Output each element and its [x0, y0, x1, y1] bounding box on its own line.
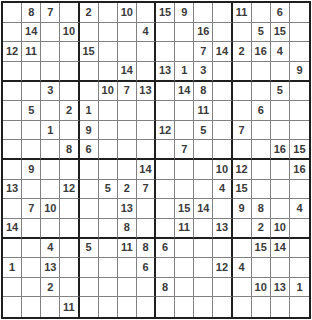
cell-r16c8-empty[interactable]	[137, 297, 156, 317]
cell-r1c11-empty[interactable]	[194, 3, 213, 23]
cell-r9c7-empty[interactable]	[118, 160, 137, 180]
cell-r1c4-empty[interactable]	[60, 3, 79, 23]
cell-r14c10-empty[interactable]	[175, 258, 194, 278]
cell-r9c2-given: 9	[22, 160, 41, 180]
cell-r8c4-given: 8	[60, 140, 79, 160]
cell-r12c13-empty[interactable]	[233, 219, 252, 239]
cell-r6c14-given: 6	[252, 101, 271, 121]
cell-r1c2-given: 8	[22, 3, 41, 23]
cell-r11c2-given: 7	[22, 199, 41, 219]
cell-r14c4-empty[interactable]	[60, 258, 79, 278]
cell-r6c3-empty[interactable]	[41, 101, 60, 121]
cell-r10c4-given: 12	[60, 180, 79, 200]
cell-r10c10-empty[interactable]	[175, 180, 194, 200]
cell-r13c10-empty[interactable]	[175, 239, 194, 259]
cell-r10c7-given: 2	[118, 180, 137, 200]
cell-r10c1-given: 13	[3, 180, 22, 200]
cell-r4c9-given: 13	[156, 62, 175, 82]
cell-r16c5-empty[interactable]	[80, 297, 99, 317]
cell-r15c15-given: 13	[271, 278, 290, 298]
cell-r4c4-empty[interactable]	[60, 62, 79, 82]
cell-r3c14-given: 16	[252, 42, 271, 62]
cell-r13c13-empty[interactable]	[233, 239, 252, 259]
cell-r13c9-given: 6	[156, 239, 175, 259]
cell-r16c4-given: 11	[60, 297, 79, 317]
cell-r3c12-given: 14	[213, 42, 232, 62]
cell-r11c8-empty[interactable]	[137, 199, 156, 219]
cell-r5c15-given: 5	[271, 82, 290, 102]
cell-r12c4-empty[interactable]	[60, 219, 79, 239]
cell-r7c7-empty[interactable]	[118, 121, 137, 141]
cell-r10c9-empty[interactable]	[156, 180, 175, 200]
cell-r13c11-empty[interactable]	[194, 239, 213, 259]
cell-r11c11-given: 14	[194, 199, 213, 219]
cell-r9c15-empty[interactable]	[271, 160, 290, 180]
cell-r4c15-empty[interactable]	[271, 62, 290, 82]
cell-r15c6-empty[interactable]	[99, 278, 118, 298]
cell-r8c1-empty[interactable]	[3, 140, 22, 160]
cell-r5c5-empty[interactable]	[80, 82, 99, 102]
cell-r4c11-given: 3	[194, 62, 213, 82]
cell-r3c13-given: 2	[233, 42, 252, 62]
cell-r8c3-empty[interactable]	[41, 140, 60, 160]
cell-r14c16-empty[interactable]	[290, 258, 309, 278]
cell-r5c12-empty[interactable]	[213, 82, 232, 102]
cell-r3c1-given: 12	[3, 42, 22, 62]
cell-r4c7-given: 14	[118, 62, 137, 82]
cell-r9c1-empty[interactable]	[3, 160, 22, 180]
cell-r8c8-empty[interactable]	[137, 140, 156, 160]
cell-r15c3-given: 2	[41, 278, 60, 298]
cell-r12c7-given: 8	[118, 219, 137, 239]
cell-r3c11-given: 7	[194, 42, 213, 62]
cell-r12c14-given: 2	[252, 219, 271, 239]
cell-r10c2-empty[interactable]	[22, 180, 41, 200]
cell-r10c12-given: 4	[213, 180, 232, 200]
cell-r8c14-empty[interactable]	[252, 140, 271, 160]
cell-r3c7-empty[interactable]	[118, 42, 137, 62]
cell-r11c13-given: 9	[233, 199, 252, 219]
cell-r7c10-empty[interactable]	[175, 121, 194, 141]
cell-r12c6-empty[interactable]	[99, 219, 118, 239]
cell-r5c6-given: 10	[99, 82, 118, 102]
cell-r1c12-empty[interactable]	[213, 3, 232, 23]
cell-r6c16-empty[interactable]	[290, 101, 309, 121]
cell-r2c4-given: 10	[60, 23, 79, 43]
cell-r3c2-given: 11	[22, 42, 41, 62]
cell-r3c10-empty[interactable]	[175, 42, 194, 62]
cell-r9c14-empty[interactable]	[252, 160, 271, 180]
cell-r5c8-given: 13	[137, 82, 156, 102]
cell-r13c3-given: 4	[41, 239, 60, 259]
cell-r9c5-empty[interactable]	[80, 160, 99, 180]
cell-r6c5-given: 1	[80, 101, 99, 121]
cell-r9c6-empty[interactable]	[99, 160, 118, 180]
cell-r16c11-empty[interactable]	[194, 297, 213, 317]
cell-r15c5-empty[interactable]	[80, 278, 99, 298]
cell-r3c3-empty[interactable]	[41, 42, 60, 62]
cell-r15c8-empty[interactable]	[137, 278, 156, 298]
cell-r11c6-empty[interactable]	[99, 199, 118, 219]
cell-r7c11-given: 5	[194, 121, 213, 141]
cell-r16c1-empty[interactable]	[3, 297, 22, 317]
cell-r8c13-empty[interactable]	[233, 140, 252, 160]
cell-r8c2-empty[interactable]	[22, 140, 41, 160]
cell-r14c2-empty[interactable]	[22, 258, 41, 278]
cell-r5c13-empty[interactable]	[233, 82, 252, 102]
cell-r2c15-given: 15	[271, 23, 290, 43]
cell-r11c14-given: 8	[252, 199, 271, 219]
cell-r10c6-given: 5	[99, 180, 118, 200]
cell-r1c6-empty[interactable]	[99, 3, 118, 23]
cell-r10c3-empty[interactable]	[41, 180, 60, 200]
cell-r7c1-empty[interactable]	[3, 121, 22, 141]
cell-r10c8-given: 7	[137, 180, 156, 200]
cell-r5c2-empty[interactable]	[22, 82, 41, 102]
cell-r6c4-given: 2	[60, 101, 79, 121]
cell-r15c4-empty[interactable]	[60, 278, 79, 298]
cell-r8c9-empty[interactable]	[156, 140, 175, 160]
cell-r7c9-given: 12	[156, 121, 175, 141]
cell-r8c11-empty[interactable]	[194, 140, 213, 160]
cell-r9c9-empty[interactable]	[156, 160, 175, 180]
cell-r6c6-empty[interactable]	[99, 101, 118, 121]
cell-r1c1-empty[interactable]	[3, 3, 22, 23]
cell-r7c15-empty[interactable]	[271, 121, 290, 141]
cell-r4c14-empty[interactable]	[252, 62, 271, 82]
cell-r2c1-empty[interactable]	[3, 23, 22, 43]
cell-r13c8-given: 8	[137, 239, 156, 259]
cell-r12c16-empty[interactable]	[290, 219, 309, 239]
cell-r14c13-given: 4	[233, 258, 252, 278]
cell-r6c2-given: 5	[22, 101, 41, 121]
cell-r5c3-given: 3	[41, 82, 60, 102]
cell-r3c4-empty[interactable]	[60, 42, 79, 62]
cell-r2c10-empty[interactable]	[175, 23, 194, 43]
cell-r12c12-given: 13	[213, 219, 232, 239]
cell-r5c9-empty[interactable]	[156, 82, 175, 102]
cell-r5c11-given: 8	[194, 82, 213, 102]
cell-r7c8-empty[interactable]	[137, 121, 156, 141]
cell-r16c6-empty[interactable]	[99, 297, 118, 317]
cell-r15c10-empty[interactable]	[175, 278, 194, 298]
cell-r4c8-empty[interactable]	[137, 62, 156, 82]
cell-r4c16-given: 9	[290, 62, 309, 82]
cell-r3c6-empty[interactable]	[99, 42, 118, 62]
cell-r11c15-empty[interactable]	[271, 199, 290, 219]
cell-r10c13-given: 15	[233, 180, 252, 200]
cell-r6c7-empty[interactable]	[118, 101, 137, 121]
cell-r15c7-empty[interactable]	[118, 278, 137, 298]
cell-r10c16-empty[interactable]	[290, 180, 309, 200]
cell-r1c9-given: 15	[156, 3, 175, 23]
cell-r15c13-empty[interactable]	[233, 278, 252, 298]
cell-r7c6-empty[interactable]	[99, 121, 118, 141]
cell-r5c4-empty[interactable]	[60, 82, 79, 102]
cell-r11c12-empty[interactable]	[213, 199, 232, 219]
cell-r12c2-empty[interactable]	[22, 219, 41, 239]
cell-r9c3-empty[interactable]	[41, 160, 60, 180]
cell-r13c4-empty[interactable]	[60, 239, 79, 259]
cell-r16c16-empty[interactable]	[290, 297, 309, 317]
cell-r14c12-given: 12	[213, 258, 232, 278]
cell-r16c7-empty[interactable]	[118, 297, 137, 317]
cell-r14c11-empty[interactable]	[194, 258, 213, 278]
cell-r11c4-empty[interactable]	[60, 199, 79, 219]
cell-r12c8-empty[interactable]	[137, 219, 156, 239]
cell-r12c1-given: 14	[3, 219, 22, 239]
cell-r2c2-given: 14	[22, 23, 41, 43]
cell-r16c9-empty[interactable]	[156, 297, 175, 317]
cell-r5c14-empty[interactable]	[252, 82, 271, 102]
cell-r11c5-empty[interactable]	[80, 199, 99, 219]
cell-r14c7-empty[interactable]	[118, 258, 137, 278]
cell-r3c5-given: 15	[80, 42, 99, 62]
cell-r2c16-empty[interactable]	[290, 23, 309, 43]
cell-r16c13-empty[interactable]	[233, 297, 252, 317]
cell-r7c4-empty[interactable]	[60, 121, 79, 141]
cell-r1c7-given: 10	[118, 3, 137, 23]
cell-r6c13-empty[interactable]	[233, 101, 252, 121]
cell-r2c9-empty[interactable]	[156, 23, 175, 43]
cell-r14c15-empty[interactable]	[271, 258, 290, 278]
cell-r7c14-empty[interactable]	[252, 121, 271, 141]
cell-r10c14-empty[interactable]	[252, 180, 271, 200]
cell-r9c13-given: 12	[233, 160, 252, 180]
cell-r3c16-empty[interactable]	[290, 42, 309, 62]
cell-r2c13-empty[interactable]	[233, 23, 252, 43]
cell-r8c5-given: 6	[80, 140, 99, 160]
cell-r1c8-empty[interactable]	[137, 3, 156, 23]
cell-r1c13-given: 11	[233, 3, 252, 23]
cell-r4c12-empty[interactable]	[213, 62, 232, 82]
cell-r4c5-empty[interactable]	[80, 62, 99, 82]
cell-r12c9-empty[interactable]	[156, 219, 175, 239]
cell-r2c3-empty[interactable]	[41, 23, 60, 43]
cell-r16c3-empty[interactable]	[41, 297, 60, 317]
cell-r7c12-empty[interactable]	[213, 121, 232, 141]
cell-r14c14-empty[interactable]	[252, 258, 271, 278]
cell-r13c6-empty[interactable]	[99, 239, 118, 259]
cell-r7c13-given: 7	[233, 121, 252, 141]
cell-r1c16-empty[interactable]	[290, 3, 309, 23]
cell-r4c1-empty[interactable]	[3, 62, 22, 82]
cell-r13c15-given: 14	[271, 239, 290, 259]
cell-r9c11-empty[interactable]	[194, 160, 213, 180]
cell-r14c9-empty[interactable]	[156, 258, 175, 278]
cell-r2c5-empty[interactable]	[80, 23, 99, 43]
cell-r3c8-empty[interactable]	[137, 42, 156, 62]
cell-r8c10-given: 7	[175, 140, 194, 160]
cell-r6c8-empty[interactable]	[137, 101, 156, 121]
cell-r13c14-given: 15	[252, 239, 271, 259]
cell-r5c16-empty[interactable]	[290, 82, 309, 102]
cell-r12c5-empty[interactable]	[80, 219, 99, 239]
cell-r6c15-empty[interactable]	[271, 101, 290, 121]
cell-r16c12-empty[interactable]	[213, 297, 232, 317]
cell-r2c8-given: 4	[137, 23, 156, 43]
cell-r11c10-given: 15	[175, 199, 194, 219]
cell-r10c5-empty[interactable]	[80, 180, 99, 200]
cell-r3c15-given: 4	[271, 42, 290, 62]
sudoku-page: 8721015911614104165151211157142164141313…	[0, 0, 312, 320]
cell-r2c6-empty[interactable]	[99, 23, 118, 43]
cell-r15c11-empty[interactable]	[194, 278, 213, 298]
cell-r8c12-empty[interactable]	[213, 140, 232, 160]
cell-r1c14-empty[interactable]	[252, 3, 271, 23]
cell-r4c6-empty[interactable]	[99, 62, 118, 82]
cell-r14c3-given: 13	[41, 258, 60, 278]
cell-r1c10-given: 9	[175, 3, 194, 23]
cell-r8c15-given: 16	[271, 140, 290, 160]
cell-r7c16-empty[interactable]	[290, 121, 309, 141]
cell-r12c10-given: 11	[175, 219, 194, 239]
cell-r9c4-empty[interactable]	[60, 160, 79, 180]
cell-r6c12-empty[interactable]	[213, 101, 232, 121]
cell-r9c12-given: 10	[213, 160, 232, 180]
cell-r16c10-empty[interactable]	[175, 297, 194, 317]
cell-r6c9-empty[interactable]	[156, 101, 175, 121]
cell-r15c9-given: 8	[156, 278, 175, 298]
cell-r8c7-empty[interactable]	[118, 140, 137, 160]
cell-r13c7-given: 11	[118, 239, 137, 259]
cell-r1c5-given: 2	[80, 3, 99, 23]
cell-r15c1-empty[interactable]	[3, 278, 22, 298]
cell-r13c12-empty[interactable]	[213, 239, 232, 259]
cell-r2c7-empty[interactable]	[118, 23, 137, 43]
cell-r6c11-given: 11	[194, 101, 213, 121]
cell-r13c2-empty[interactable]	[22, 239, 41, 259]
cell-r10c11-empty[interactable]	[194, 180, 213, 200]
cell-r1c3-given: 7	[41, 3, 60, 23]
cell-r2c11-given: 16	[194, 23, 213, 43]
cell-r13c5-given: 5	[80, 239, 99, 259]
cell-r12c11-empty[interactable]	[194, 219, 213, 239]
cell-r15c2-empty[interactable]	[22, 278, 41, 298]
cell-r15c16-given: 1	[290, 278, 309, 298]
cell-r11c3-given: 10	[41, 199, 60, 219]
cell-r6c1-empty[interactable]	[3, 101, 22, 121]
cell-r6c10-empty[interactable]	[175, 101, 194, 121]
cell-r7c2-empty[interactable]	[22, 121, 41, 141]
cell-r4c13-empty[interactable]	[233, 62, 252, 82]
cell-r10c15-empty[interactable]	[271, 180, 290, 200]
cell-r9c8-given: 14	[137, 160, 156, 180]
cell-r13c16-empty[interactable]	[290, 239, 309, 259]
cell-r5c7-given: 7	[118, 82, 137, 102]
cell-r11c7-given: 13	[118, 199, 137, 219]
cell-r3c9-empty[interactable]	[156, 42, 175, 62]
cell-r14c6-empty[interactable]	[99, 258, 118, 278]
cell-r11c16-given: 4	[290, 199, 309, 219]
cell-r5c10-given: 14	[175, 82, 194, 102]
cell-r12c3-empty[interactable]	[41, 219, 60, 239]
cell-r7c5-given: 9	[80, 121, 99, 141]
cell-r16c15-empty[interactable]	[271, 297, 290, 317]
cell-r9c16-given: 16	[290, 160, 309, 180]
cell-r15c14-given: 10	[252, 278, 271, 298]
cell-r2c14-given: 5	[252, 23, 271, 43]
sudoku-board: 8721015911614104165151211157142164141313…	[1, 1, 311, 319]
cell-r14c8-given: 6	[137, 258, 156, 278]
cell-r9c10-empty[interactable]	[175, 160, 194, 180]
cell-r4c2-empty[interactable]	[22, 62, 41, 82]
cell-r14c5-empty[interactable]	[80, 258, 99, 278]
cell-r2c12-empty[interactable]	[213, 23, 232, 43]
cell-r1c15-given: 6	[271, 3, 290, 23]
cell-r13c1-empty[interactable]	[3, 239, 22, 259]
cell-r15c12-empty[interactable]	[213, 278, 232, 298]
cell-r11c1-empty[interactable]	[3, 199, 22, 219]
cell-r7c3-given: 1	[41, 121, 60, 141]
cell-r16c2-empty[interactable]	[22, 297, 41, 317]
cell-r8c16-given: 15	[290, 140, 309, 160]
cell-r16c14-empty[interactable]	[252, 297, 271, 317]
cell-r12c15-given: 10	[271, 219, 290, 239]
cell-r4c10-given: 1	[175, 62, 194, 82]
cell-r14c1-given: 1	[3, 258, 22, 278]
cell-r11c9-empty[interactable]	[156, 199, 175, 219]
cell-r8c6-empty[interactable]	[99, 140, 118, 160]
cell-r5c1-empty[interactable]	[3, 82, 22, 102]
cell-r4c3-empty[interactable]	[41, 62, 60, 82]
